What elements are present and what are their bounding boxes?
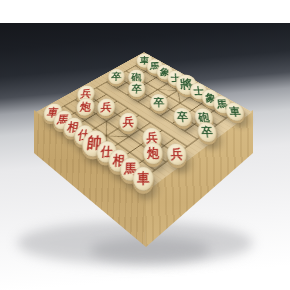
point-e6: 卒 <box>148 96 169 109</box>
point-h2: 炮 <box>142 145 165 161</box>
product-photo-scene: 車馬象士將士象馬車砲砲卒卒卒卒卒兵兵兵兵兵炮炮車馬相仕帥仕相馬車 <box>0 0 290 290</box>
point-a6: 卒 <box>106 71 126 83</box>
point-i3: 兵 <box>165 146 189 162</box>
point-g6: 卒 <box>171 110 193 124</box>
piece-red-chariot: 車 <box>133 167 154 191</box>
point-i0: 車 <box>131 170 156 188</box>
point-i9: 車 <box>224 105 246 119</box>
piece-green-soldier: 卒 <box>150 94 168 112</box>
point-e3: 兵 <box>117 115 139 129</box>
